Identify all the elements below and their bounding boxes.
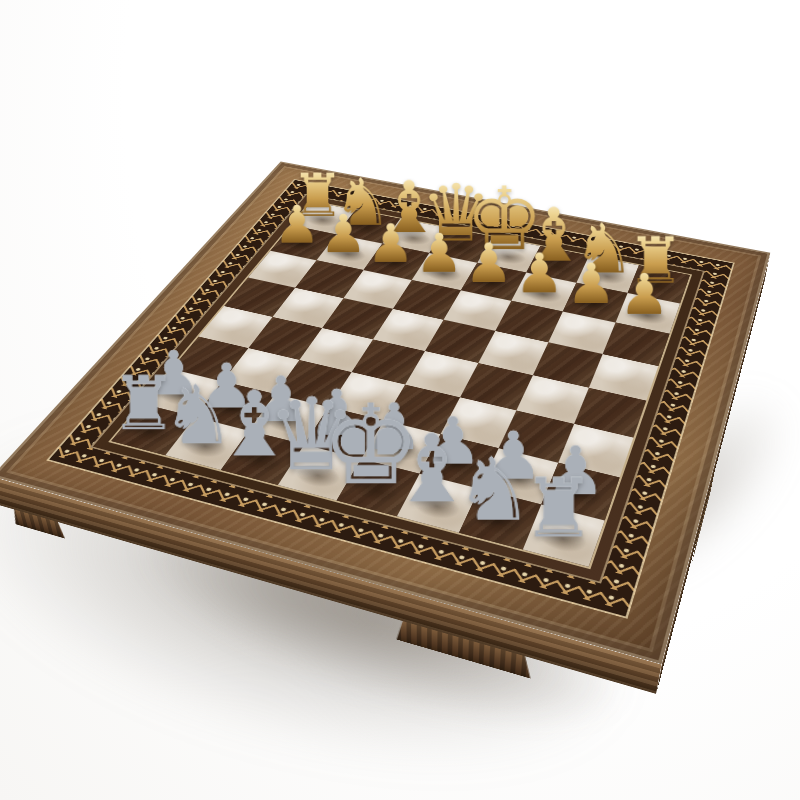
gold-pawn-h7: ♟ [567, 266, 722, 322]
silver-rook-h1: ♜ [462, 468, 655, 550]
photo-stage: ♜♞♝♛♚♝♞♜♟♟♟♟♟♟♟♟♟♟♟♟♟♟♟♟♜♞♝♛♚♝♞♜ [0, 0, 800, 800]
